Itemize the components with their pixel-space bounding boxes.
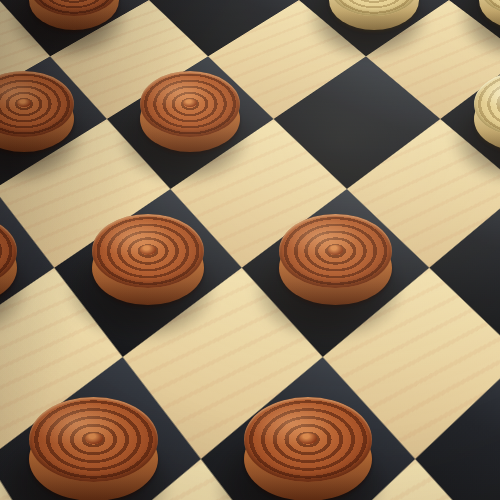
checkers-board — [0, 0, 500, 500]
board-photo-stage — [0, 0, 500, 500]
